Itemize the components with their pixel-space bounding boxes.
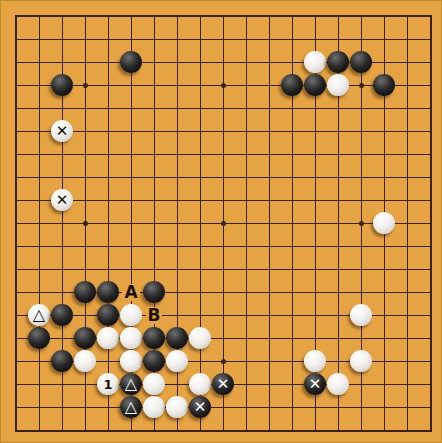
board-point-11-14[interactable]	[258, 327, 281, 350]
board-point-6-18[interactable]	[143, 419, 166, 442]
board-point-2-5[interactable]: ✕	[51, 120, 74, 143]
board-point-18-13[interactable]	[419, 304, 442, 327]
board-point-10-0[interactable]	[235, 5, 258, 28]
board-point-0-1[interactable]	[5, 28, 28, 51]
board-point-6-1[interactable]	[143, 28, 166, 51]
board-point-4-11[interactable]	[97, 258, 120, 281]
board-point-17-5[interactable]	[396, 120, 419, 143]
board-point-5-3[interactable]	[120, 74, 143, 97]
board-point-14-1[interactable]	[327, 28, 350, 51]
board-point-12-6[interactable]	[281, 143, 304, 166]
board-point-2-18[interactable]	[51, 419, 74, 442]
board-point-17-6[interactable]	[396, 143, 419, 166]
board-point-2-6[interactable]	[51, 143, 74, 166]
board-point-11-7[interactable]	[258, 166, 281, 189]
board-point-10-15[interactable]	[235, 350, 258, 373]
board-point-13-12[interactable]	[304, 281, 327, 304]
board-point-6-8[interactable]	[143, 189, 166, 212]
board-point-13-7[interactable]	[304, 166, 327, 189]
board-point-14-18[interactable]	[327, 419, 350, 442]
board-point-10-4[interactable]	[235, 97, 258, 120]
board-point-6-2[interactable]	[143, 51, 166, 74]
board-point-9-2[interactable]	[212, 51, 235, 74]
board-point-10-1[interactable]	[235, 28, 258, 51]
board-point-15-11[interactable]	[350, 258, 373, 281]
board-point-8-15[interactable]	[189, 350, 212, 373]
board-point-0-17[interactable]	[5, 396, 28, 419]
board-point-8-17[interactable]: ✕	[189, 396, 212, 419]
board-point-0-0[interactable]	[5, 5, 28, 28]
board-point-2-17[interactable]	[51, 396, 74, 419]
board-point-1-18[interactable]	[28, 419, 51, 442]
board-point-0-6[interactable]	[5, 143, 28, 166]
board-point-6-17[interactable]	[143, 396, 166, 419]
board-point-4-3[interactable]	[97, 74, 120, 97]
board-point-2-2[interactable]	[51, 51, 74, 74]
board-point-15-5[interactable]	[350, 120, 373, 143]
board-point-15-12[interactable]	[350, 281, 373, 304]
board-point-13-14[interactable]	[304, 327, 327, 350]
board-point-5-12[interactable]: A	[120, 281, 143, 304]
board-point-0-8[interactable]	[5, 189, 28, 212]
board-point-18-5[interactable]	[419, 120, 442, 143]
board-point-8-16[interactable]	[189, 373, 212, 396]
board-point-1-0[interactable]	[28, 5, 51, 28]
board-point-5-4[interactable]	[120, 97, 143, 120]
board-point-12-7[interactable]	[281, 166, 304, 189]
board-point-18-17[interactable]	[419, 396, 442, 419]
board-point-17-14[interactable]	[396, 327, 419, 350]
board-point-9-11[interactable]	[212, 258, 235, 281]
board-point-11-10[interactable]	[258, 235, 281, 258]
board-point-4-8[interactable]	[97, 189, 120, 212]
board-point-8-5[interactable]	[189, 120, 212, 143]
board-point-14-7[interactable]	[327, 166, 350, 189]
board-point-10-10[interactable]	[235, 235, 258, 258]
board-point-9-3[interactable]	[212, 74, 235, 97]
board-point-5-8[interactable]	[120, 189, 143, 212]
board-point-1-1[interactable]	[28, 28, 51, 51]
board-point-1-2[interactable]	[28, 51, 51, 74]
board-point-6-15[interactable]	[143, 350, 166, 373]
board-point-18-7[interactable]	[419, 166, 442, 189]
board-point-18-4[interactable]	[419, 97, 442, 120]
board-point-10-16[interactable]	[235, 373, 258, 396]
board-point-10-18[interactable]	[235, 419, 258, 442]
board-point-1-11[interactable]	[28, 258, 51, 281]
board-point-18-10[interactable]	[419, 235, 442, 258]
board-point-5-18[interactable]	[120, 419, 143, 442]
board-point-12-8[interactable]	[281, 189, 304, 212]
board-point-4-5[interactable]	[97, 120, 120, 143]
board-point-11-8[interactable]	[258, 189, 281, 212]
board-point-1-13[interactable]: △	[28, 304, 51, 327]
board-point-2-13[interactable]	[51, 304, 74, 327]
board-point-12-11[interactable]	[281, 258, 304, 281]
board-point-9-14[interactable]	[212, 327, 235, 350]
board-point-11-3[interactable]	[258, 74, 281, 97]
board-point-3-2[interactable]	[74, 51, 97, 74]
board-point-16-1[interactable]	[373, 28, 396, 51]
board-point-9-13[interactable]	[212, 304, 235, 327]
board-point-13-0[interactable]	[304, 5, 327, 28]
board-point-12-12[interactable]	[281, 281, 304, 304]
board-point-8-11[interactable]	[189, 258, 212, 281]
board-point-2-16[interactable]	[51, 373, 74, 396]
board-point-11-13[interactable]	[258, 304, 281, 327]
board-point-1-15[interactable]	[28, 350, 51, 373]
board-point-4-15[interactable]	[97, 350, 120, 373]
board-point-6-10[interactable]	[143, 235, 166, 258]
board-point-14-6[interactable]	[327, 143, 350, 166]
board-point-18-12[interactable]	[419, 281, 442, 304]
board-point-16-18[interactable]	[373, 419, 396, 442]
board-point-13-13[interactable]	[304, 304, 327, 327]
board-point-17-10[interactable]	[396, 235, 419, 258]
board-point-16-7[interactable]	[373, 166, 396, 189]
board-point-4-7[interactable]	[97, 166, 120, 189]
board-point-17-4[interactable]	[396, 97, 419, 120]
board-point-9-0[interactable]	[212, 5, 235, 28]
board-point-3-16[interactable]	[74, 373, 97, 396]
board-point-3-12[interactable]	[74, 281, 97, 304]
board-point-7-3[interactable]	[166, 74, 189, 97]
board-point-7-9[interactable]	[166, 212, 189, 235]
board-point-8-14[interactable]	[189, 327, 212, 350]
board-point-6-9[interactable]	[143, 212, 166, 235]
board-point-11-0[interactable]	[258, 5, 281, 28]
board-point-15-17[interactable]	[350, 396, 373, 419]
board-point-17-18[interactable]	[396, 419, 419, 442]
board-point-4-1[interactable]	[97, 28, 120, 51]
board-point-3-13[interactable]	[74, 304, 97, 327]
board-point-17-3[interactable]	[396, 74, 419, 97]
board-point-18-14[interactable]	[419, 327, 442, 350]
board-point-18-8[interactable]	[419, 189, 442, 212]
board-point-17-16[interactable]	[396, 373, 419, 396]
board-point-5-9[interactable]	[120, 212, 143, 235]
board-point-15-6[interactable]	[350, 143, 373, 166]
board-point-12-13[interactable]	[281, 304, 304, 327]
board-point-11-4[interactable]	[258, 97, 281, 120]
board-point-9-4[interactable]	[212, 97, 235, 120]
board-point-7-8[interactable]	[166, 189, 189, 212]
board-point-3-9[interactable]	[74, 212, 97, 235]
board-point-11-5[interactable]	[258, 120, 281, 143]
board-point-16-14[interactable]	[373, 327, 396, 350]
board-point-9-7[interactable]	[212, 166, 235, 189]
board-point-15-9[interactable]	[350, 212, 373, 235]
board-point-16-0[interactable]	[373, 5, 396, 28]
board-point-4-14[interactable]	[97, 327, 120, 350]
board-point-5-6[interactable]	[120, 143, 143, 166]
board-point-2-3[interactable]	[51, 74, 74, 97]
board-point-17-7[interactable]	[396, 166, 419, 189]
board-point-1-6[interactable]	[28, 143, 51, 166]
board-point-15-8[interactable]	[350, 189, 373, 212]
board-point-5-1[interactable]	[120, 28, 143, 51]
board-point-3-18[interactable]	[74, 419, 97, 442]
board-point-9-15[interactable]	[212, 350, 235, 373]
board-point-7-1[interactable]	[166, 28, 189, 51]
board-point-14-15[interactable]	[327, 350, 350, 373]
board-point-16-3[interactable]	[373, 74, 396, 97]
board-point-13-6[interactable]	[304, 143, 327, 166]
board-point-13-18[interactable]	[304, 419, 327, 442]
board-point-9-9[interactable]	[212, 212, 235, 235]
board-point-13-1[interactable]	[304, 28, 327, 51]
board-point-14-5[interactable]	[327, 120, 350, 143]
board-point-18-9[interactable]	[419, 212, 442, 235]
board-point-17-12[interactable]	[396, 281, 419, 304]
board-point-3-17[interactable]	[74, 396, 97, 419]
board-point-0-9[interactable]	[5, 212, 28, 235]
board-point-4-6[interactable]	[97, 143, 120, 166]
board-point-6-0[interactable]	[143, 5, 166, 28]
board-point-3-11[interactable]	[74, 258, 97, 281]
board-point-7-18[interactable]	[166, 419, 189, 442]
board-point-9-18[interactable]	[212, 419, 235, 442]
board-point-12-14[interactable]	[281, 327, 304, 350]
board-point-16-4[interactable]	[373, 97, 396, 120]
board-point-7-5[interactable]	[166, 120, 189, 143]
board-point-18-3[interactable]	[419, 74, 442, 97]
board-point-7-6[interactable]	[166, 143, 189, 166]
board-point-10-12[interactable]	[235, 281, 258, 304]
board-point-11-12[interactable]	[258, 281, 281, 304]
board-point-8-3[interactable]	[189, 74, 212, 97]
board-point-2-4[interactable]	[51, 97, 74, 120]
board-point-4-9[interactable]	[97, 212, 120, 235]
board-point-0-11[interactable]	[5, 258, 28, 281]
board-point-18-2[interactable]	[419, 51, 442, 74]
board-point-3-6[interactable]	[74, 143, 97, 166]
board-point-4-16[interactable]: 1	[97, 373, 120, 396]
board-point-17-1[interactable]	[396, 28, 419, 51]
board-point-1-7[interactable]	[28, 166, 51, 189]
board-point-12-5[interactable]	[281, 120, 304, 143]
board-point-5-2[interactable]	[120, 51, 143, 74]
board-point-5-13[interactable]	[120, 304, 143, 327]
board-point-15-10[interactable]	[350, 235, 373, 258]
board-point-9-1[interactable]	[212, 28, 235, 51]
board-point-14-10[interactable]	[327, 235, 350, 258]
board-point-2-0[interactable]	[51, 5, 74, 28]
board-point-17-9[interactable]	[396, 212, 419, 235]
board-point-16-8[interactable]	[373, 189, 396, 212]
board-point-7-0[interactable]	[166, 5, 189, 28]
board-point-3-7[interactable]	[74, 166, 97, 189]
board-point-3-3[interactable]	[74, 74, 97, 97]
board-point-3-8[interactable]	[74, 189, 97, 212]
board-point-14-14[interactable]	[327, 327, 350, 350]
board-point-13-4[interactable]	[304, 97, 327, 120]
board-point-1-4[interactable]	[28, 97, 51, 120]
board-point-13-15[interactable]	[304, 350, 327, 373]
board-point-11-2[interactable]	[258, 51, 281, 74]
board-point-13-3[interactable]	[304, 74, 327, 97]
board-point-16-2[interactable]	[373, 51, 396, 74]
board-point-10-8[interactable]	[235, 189, 258, 212]
board-point-17-8[interactable]	[396, 189, 419, 212]
board-point-0-16[interactable]	[5, 373, 28, 396]
board-point-16-10[interactable]	[373, 235, 396, 258]
board-point-4-18[interactable]	[97, 419, 120, 442]
board-point-14-3[interactable]	[327, 74, 350, 97]
board-point-5-16[interactable]: △	[120, 373, 143, 396]
board-point-12-18[interactable]	[281, 419, 304, 442]
board-point-16-16[interactable]	[373, 373, 396, 396]
board-point-8-4[interactable]	[189, 97, 212, 120]
board-point-15-4[interactable]	[350, 97, 373, 120]
board-point-3-14[interactable]	[74, 327, 97, 350]
board-point-0-2[interactable]	[5, 51, 28, 74]
board-point-7-2[interactable]	[166, 51, 189, 74]
board-point-8-1[interactable]	[189, 28, 212, 51]
board-point-6-7[interactable]	[143, 166, 166, 189]
board-point-15-18[interactable]	[350, 419, 373, 442]
board-point-0-10[interactable]	[5, 235, 28, 258]
board-point-8-7[interactable]	[189, 166, 212, 189]
board-point-8-6[interactable]	[189, 143, 212, 166]
board-point-5-15[interactable]	[120, 350, 143, 373]
board-point-11-6[interactable]	[258, 143, 281, 166]
board-point-6-5[interactable]	[143, 120, 166, 143]
board-point-6-16[interactable]	[143, 373, 166, 396]
board-point-8-13[interactable]	[189, 304, 212, 327]
board-point-16-12[interactable]	[373, 281, 396, 304]
board-point-13-9[interactable]	[304, 212, 327, 235]
board-point-7-13[interactable]	[166, 304, 189, 327]
board-point-2-14[interactable]	[51, 327, 74, 350]
board-point-10-13[interactable]	[235, 304, 258, 327]
board-point-9-10[interactable]	[212, 235, 235, 258]
board-point-2-7[interactable]	[51, 166, 74, 189]
board-point-10-3[interactable]	[235, 74, 258, 97]
board-point-1-14[interactable]	[28, 327, 51, 350]
board-point-1-8[interactable]	[28, 189, 51, 212]
board-point-14-8[interactable]	[327, 189, 350, 212]
board-point-14-16[interactable]	[327, 373, 350, 396]
board-point-8-10[interactable]	[189, 235, 212, 258]
board-point-1-12[interactable]	[28, 281, 51, 304]
board-point-5-11[interactable]	[120, 258, 143, 281]
board-point-13-10[interactable]	[304, 235, 327, 258]
board-point-0-5[interactable]	[5, 120, 28, 143]
board-point-3-5[interactable]	[74, 120, 97, 143]
board-point-13-16[interactable]: ✕	[304, 373, 327, 396]
board-point-4-13[interactable]	[97, 304, 120, 327]
board-point-2-11[interactable]	[51, 258, 74, 281]
board-point-12-10[interactable]	[281, 235, 304, 258]
board-point-15-0[interactable]	[350, 5, 373, 28]
board-point-3-15[interactable]	[74, 350, 97, 373]
board-point-0-12[interactable]	[5, 281, 28, 304]
board-point-14-11[interactable]	[327, 258, 350, 281]
board-point-16-11[interactable]	[373, 258, 396, 281]
board-point-12-17[interactable]	[281, 396, 304, 419]
board-point-9-17[interactable]	[212, 396, 235, 419]
board-point-0-15[interactable]	[5, 350, 28, 373]
board-point-15-13[interactable]	[350, 304, 373, 327]
board-point-11-9[interactable]	[258, 212, 281, 235]
board-point-8-0[interactable]	[189, 5, 212, 28]
board-point-13-17[interactable]	[304, 396, 327, 419]
board-point-10-14[interactable]	[235, 327, 258, 350]
board-point-1-3[interactable]	[28, 74, 51, 97]
board-point-16-6[interactable]	[373, 143, 396, 166]
board-point-5-5[interactable]	[120, 120, 143, 143]
board-point-5-17[interactable]: △	[120, 396, 143, 419]
board-point-8-2[interactable]	[189, 51, 212, 74]
board-point-6-6[interactable]	[143, 143, 166, 166]
board-point-4-10[interactable]	[97, 235, 120, 258]
board-point-9-6[interactable]	[212, 143, 235, 166]
board-point-7-16[interactable]	[166, 373, 189, 396]
board-point-14-13[interactable]	[327, 304, 350, 327]
board-point-13-2[interactable]	[304, 51, 327, 74]
board-point-11-11[interactable]	[258, 258, 281, 281]
board-point-6-13[interactable]: B	[143, 304, 166, 327]
board-point-15-1[interactable]	[350, 28, 373, 51]
board-point-11-16[interactable]	[258, 373, 281, 396]
board-point-5-7[interactable]	[120, 166, 143, 189]
board-point-0-4[interactable]	[5, 97, 28, 120]
board-point-7-15[interactable]	[166, 350, 189, 373]
board-point-17-11[interactable]	[396, 258, 419, 281]
board-point-12-15[interactable]	[281, 350, 304, 373]
board-point-17-0[interactable]	[396, 5, 419, 28]
board-point-15-2[interactable]	[350, 51, 373, 74]
board-point-6-11[interactable]	[143, 258, 166, 281]
board-point-0-14[interactable]	[5, 327, 28, 350]
board-point-17-13[interactable]	[396, 304, 419, 327]
board-point-12-1[interactable]	[281, 28, 304, 51]
board-point-1-5[interactable]	[28, 120, 51, 143]
board-point-9-16[interactable]: ✕	[212, 373, 235, 396]
board-point-16-5[interactable]	[373, 120, 396, 143]
board-point-0-18[interactable]	[5, 419, 28, 442]
board-point-0-13[interactable]	[5, 304, 28, 327]
board-point-18-18[interactable]	[419, 419, 442, 442]
board-point-14-17[interactable]	[327, 396, 350, 419]
board-point-12-9[interactable]	[281, 212, 304, 235]
board-point-14-0[interactable]	[327, 5, 350, 28]
board-point-9-8[interactable]	[212, 189, 235, 212]
board-point-8-9[interactable]	[189, 212, 212, 235]
board-point-1-10[interactable]	[28, 235, 51, 258]
board-point-4-4[interactable]	[97, 97, 120, 120]
board-point-0-3[interactable]	[5, 74, 28, 97]
board-point-2-1[interactable]	[51, 28, 74, 51]
board-point-3-1[interactable]	[74, 28, 97, 51]
board-point-7-17[interactable]	[166, 396, 189, 419]
board-point-12-2[interactable]	[281, 51, 304, 74]
board-point-11-1[interactable]	[258, 28, 281, 51]
board-point-6-14[interactable]	[143, 327, 166, 350]
board-point-6-3[interactable]	[143, 74, 166, 97]
board-point-7-10[interactable]	[166, 235, 189, 258]
board-point-10-9[interactable]	[235, 212, 258, 235]
board-point-15-3[interactable]	[350, 74, 373, 97]
board-point-1-17[interactable]	[28, 396, 51, 419]
board-point-14-2[interactable]	[327, 51, 350, 74]
board-point-17-2[interactable]	[396, 51, 419, 74]
board-point-9-5[interactable]	[212, 120, 235, 143]
board-point-14-9[interactable]	[327, 212, 350, 235]
board-point-2-9[interactable]	[51, 212, 74, 235]
board-point-10-17[interactable]	[235, 396, 258, 419]
